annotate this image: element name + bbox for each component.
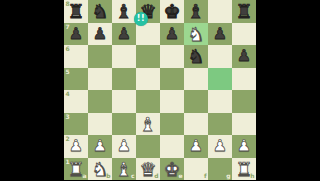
- white-knight[interactable]: ♞: [88, 158, 112, 181]
- white-rook[interactable]: ♜: [64, 158, 88, 181]
- white-rook[interactable]: ♜: [232, 158, 256, 181]
- square-f7[interactable]: ♞: [184, 23, 208, 46]
- square-a7[interactable]: 7♟: [64, 23, 88, 46]
- square-b7[interactable]: ♟: [88, 23, 112, 46]
- square-d1[interactable]: d♛: [136, 158, 160, 181]
- white-bishop[interactable]: ♝: [112, 158, 136, 181]
- square-g5[interactable]: [208, 68, 232, 91]
- square-e2[interactable]: [160, 135, 184, 158]
- square-e3[interactable]: [160, 113, 184, 136]
- white-king[interactable]: ♚: [160, 158, 184, 181]
- black-bishop[interactable]: ♝: [184, 0, 208, 23]
- square-h5[interactable]: [232, 68, 256, 91]
- square-c8[interactable]: ♝: [112, 0, 136, 23]
- square-f5[interactable]: [184, 68, 208, 91]
- square-d3[interactable]: ♝: [136, 113, 160, 136]
- rank-label-4: 4: [66, 91, 70, 97]
- square-g8[interactable]: [208, 0, 232, 23]
- square-c1[interactable]: c♝: [112, 158, 136, 181]
- square-a3[interactable]: 3: [64, 113, 88, 136]
- white-queen[interactable]: ♛: [136, 158, 160, 181]
- square-f1[interactable]: f: [184, 158, 208, 181]
- white-pawn[interactable]: ♟: [232, 135, 256, 158]
- square-f4[interactable]: [184, 90, 208, 113]
- square-f6[interactable]: ♞: [184, 45, 208, 68]
- square-e5[interactable]: [160, 68, 184, 91]
- square-e6[interactable]: [160, 45, 184, 68]
- square-h6[interactable]: ♟: [232, 45, 256, 68]
- white-pawn[interactable]: ♟: [112, 135, 136, 158]
- square-b4[interactable]: [88, 90, 112, 113]
- square-d6[interactable]: [136, 45, 160, 68]
- square-a2[interactable]: 2♟: [64, 135, 88, 158]
- black-bishop[interactable]: ♝: [112, 0, 136, 23]
- square-g1[interactable]: g: [208, 158, 232, 181]
- black-rook[interactable]: ♜: [232, 0, 256, 23]
- rank-label-3: 3: [66, 114, 70, 120]
- square-f8[interactable]: ♝: [184, 0, 208, 23]
- file-label-g: g: [226, 173, 230, 179]
- square-f2[interactable]: ♟: [184, 135, 208, 158]
- chess-board: 8♜♞♝♛♚♝♜7♟♟♟♟♞♟6♞♟543♝2♟♟♟♟♟♟1a♜b♞c♝d♛e♚…: [64, 0, 256, 180]
- white-pawn[interactable]: ♟: [88, 135, 112, 158]
- square-h7[interactable]: [232, 23, 256, 46]
- black-rook[interactable]: ♜: [64, 0, 88, 23]
- square-g3[interactable]: [208, 113, 232, 136]
- file-label-f: f: [204, 173, 207, 179]
- letterbox-left: [0, 0, 64, 180]
- square-h3[interactable]: [232, 113, 256, 136]
- black-pawn[interactable]: ♟: [160, 23, 184, 46]
- square-g4[interactable]: [208, 90, 232, 113]
- square-b2[interactable]: ♟: [88, 135, 112, 158]
- white-pawn[interactable]: ♟: [64, 135, 88, 158]
- black-knight[interactable]: ♞: [184, 45, 208, 68]
- square-h8[interactable]: ♜: [232, 0, 256, 23]
- square-e8[interactable]: ♚: [160, 0, 184, 23]
- square-a1[interactable]: 1a♜: [64, 158, 88, 181]
- square-b8[interactable]: ♞: [88, 0, 112, 23]
- rank-label-6: 6: [66, 46, 70, 52]
- black-knight[interactable]: ♞: [88, 0, 112, 23]
- white-pawn[interactable]: ♟: [184, 135, 208, 158]
- square-c5[interactable]: [112, 68, 136, 91]
- screenshot-canvas: 8♜♞♝♛♚♝♜7♟♟♟♟♞♟6♞♟543♝2♟♟♟♟♟♟1a♜b♞c♝d♛e♚…: [0, 0, 320, 180]
- square-a8[interactable]: 8♜: [64, 0, 88, 23]
- square-c4[interactable]: [112, 90, 136, 113]
- square-c6[interactable]: [112, 45, 136, 68]
- square-b5[interactable]: [88, 68, 112, 91]
- black-pawn[interactable]: ♟: [112, 23, 136, 46]
- square-f3[interactable]: [184, 113, 208, 136]
- white-pawn[interactable]: ♟: [208, 135, 232, 158]
- square-c7[interactable]: ♟: [112, 23, 136, 46]
- square-d4[interactable]: [136, 90, 160, 113]
- square-e7[interactable]: ♟: [160, 23, 184, 46]
- square-e1[interactable]: e♚: [160, 158, 184, 181]
- square-g2[interactable]: ♟: [208, 135, 232, 158]
- letterbox-right: [256, 0, 320, 180]
- square-a4[interactable]: 4: [64, 90, 88, 113]
- square-g7[interactable]: ♟: [208, 23, 232, 46]
- square-e4[interactable]: [160, 90, 184, 113]
- square-d5[interactable]: [136, 68, 160, 91]
- brilliant-move-badge: !!: [134, 12, 148, 26]
- black-pawn[interactable]: ♟: [232, 45, 256, 68]
- square-a5[interactable]: 5: [64, 68, 88, 91]
- square-b1[interactable]: b♞: [88, 158, 112, 181]
- white-bishop[interactable]: ♝: [136, 113, 160, 136]
- rank-label-5: 5: [66, 69, 70, 75]
- square-g6[interactable]: [208, 45, 232, 68]
- square-a6[interactable]: 6: [64, 45, 88, 68]
- square-c3[interactable]: [112, 113, 136, 136]
- black-pawn[interactable]: ♟: [64, 23, 88, 46]
- square-h4[interactable]: [232, 90, 256, 113]
- black-pawn[interactable]: ♟: [88, 23, 112, 46]
- square-h1[interactable]: h♜: [232, 158, 256, 181]
- black-pawn[interactable]: ♟: [208, 23, 232, 46]
- square-h2[interactable]: ♟: [232, 135, 256, 158]
- square-d2[interactable]: [136, 135, 160, 158]
- white-knight[interactable]: ♞: [184, 23, 208, 46]
- square-b3[interactable]: [88, 113, 112, 136]
- square-b6[interactable]: [88, 45, 112, 68]
- square-c2[interactable]: ♟: [112, 135, 136, 158]
- black-king[interactable]: ♚: [160, 0, 184, 23]
